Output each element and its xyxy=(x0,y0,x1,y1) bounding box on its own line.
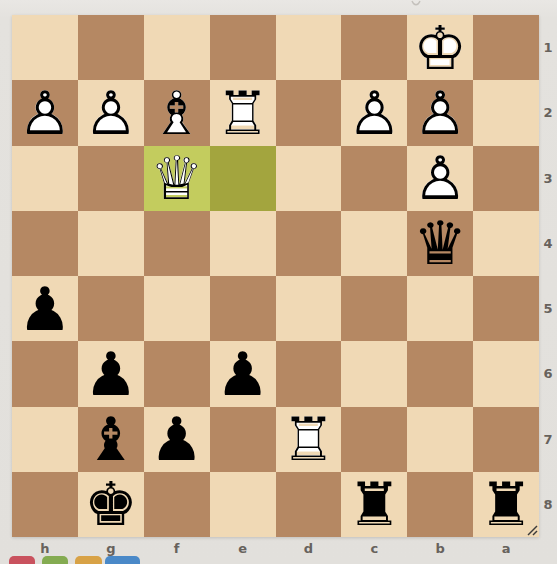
square-g8[interactable]: ♚ xyxy=(78,472,144,537)
file-label-a: a xyxy=(473,537,539,559)
square-d7[interactable]: ♜♖ xyxy=(276,407,342,472)
piece-black-king[interactable]: ♚ xyxy=(78,472,144,537)
file-label-e: e xyxy=(210,537,276,559)
rank-label-3: 3 xyxy=(539,146,557,211)
square-d3[interactable] xyxy=(276,146,342,211)
green-button[interactable] xyxy=(42,556,68,564)
square-d6[interactable] xyxy=(276,341,342,406)
chess-app-screen: ♚♔♟♙♟♙♝♗♜♖♟♙♟♙♛♕♟♙♛♟♟♟♝♟♜♖♚♜♜ hgfedcba 1… xyxy=(0,0,557,564)
file-label-f: f xyxy=(144,537,210,559)
file-label-d: d xyxy=(276,537,342,559)
square-c7[interactable] xyxy=(341,407,407,472)
square-b8[interactable] xyxy=(407,472,473,537)
square-h8[interactable] xyxy=(12,472,78,537)
rank-label-1: 1 xyxy=(539,15,557,80)
square-e5[interactable] xyxy=(210,276,276,341)
orange-button[interactable] xyxy=(75,556,102,564)
piece-white-bishop[interactable]: ♝♗ xyxy=(144,80,210,145)
square-a3[interactable] xyxy=(473,146,539,211)
file-label-b: b xyxy=(407,537,473,559)
square-h5[interactable]: ♟ xyxy=(12,276,78,341)
square-d1[interactable] xyxy=(276,15,342,80)
square-h3[interactable] xyxy=(12,146,78,211)
rank-label-4: 4 xyxy=(539,211,557,276)
square-e4[interactable] xyxy=(210,211,276,276)
square-b5[interactable] xyxy=(407,276,473,341)
rank-label-7: 7 xyxy=(539,407,557,472)
square-h6[interactable] xyxy=(12,341,78,406)
square-c8[interactable]: ♜ xyxy=(341,472,407,537)
square-f2[interactable]: ♝♗ xyxy=(144,80,210,145)
square-f8[interactable] xyxy=(144,472,210,537)
square-a4[interactable] xyxy=(473,211,539,276)
square-c3[interactable] xyxy=(341,146,407,211)
rank-label-5: 5 xyxy=(539,276,557,341)
piece-white-pawn[interactable]: ♟♙ xyxy=(407,80,473,145)
piece-black-queen[interactable]: ♛ xyxy=(407,211,473,276)
square-d2[interactable] xyxy=(276,80,342,145)
piece-white-pawn[interactable]: ♟♙ xyxy=(341,80,407,145)
square-b6[interactable] xyxy=(407,341,473,406)
square-h4[interactable] xyxy=(12,211,78,276)
piece-black-rook[interactable]: ♜ xyxy=(341,472,407,537)
piece-black-bishop[interactable]: ♝ xyxy=(78,407,144,472)
square-c6[interactable] xyxy=(341,341,407,406)
blue-button[interactable] xyxy=(105,556,140,564)
square-e1[interactable] xyxy=(210,15,276,80)
square-a2[interactable] xyxy=(473,80,539,145)
piece-white-rook[interactable]: ♜♖ xyxy=(210,80,276,145)
file-label-c: c xyxy=(341,537,407,559)
rank-label-2: 2 xyxy=(539,80,557,145)
square-h1[interactable] xyxy=(12,15,78,80)
square-h2[interactable]: ♟♙ xyxy=(12,80,78,145)
red-button[interactable] xyxy=(9,556,35,564)
piece-white-pawn[interactable]: ♟♙ xyxy=(12,80,78,145)
square-a6[interactable] xyxy=(473,341,539,406)
piece-black-pawn[interactable]: ♟ xyxy=(210,341,276,406)
square-a1[interactable] xyxy=(473,15,539,80)
square-e6[interactable]: ♟ xyxy=(210,341,276,406)
piece-white-queen[interactable]: ♛♕ xyxy=(144,146,210,211)
piece-white-king[interactable]: ♚♔ xyxy=(407,15,473,80)
square-e8[interactable] xyxy=(210,472,276,537)
square-c2[interactable]: ♟♙ xyxy=(341,80,407,145)
piece-white-pawn[interactable]: ♟♙ xyxy=(407,146,473,211)
rank-coordinates: 12345678 xyxy=(539,15,557,537)
square-g4[interactable] xyxy=(78,211,144,276)
square-d8[interactable] xyxy=(276,472,342,537)
rank-label-8: 8 xyxy=(539,472,557,537)
square-f4[interactable] xyxy=(144,211,210,276)
square-b2[interactable]: ♟♙ xyxy=(407,80,473,145)
square-f1[interactable] xyxy=(144,15,210,80)
square-d5[interactable] xyxy=(276,276,342,341)
square-b1[interactable]: ♚♔ xyxy=(407,15,473,80)
rank-label-6: 6 xyxy=(539,341,557,406)
square-e2[interactable]: ♜♖ xyxy=(210,80,276,145)
square-g3[interactable] xyxy=(78,146,144,211)
square-f7[interactable]: ♟ xyxy=(144,407,210,472)
square-c5[interactable] xyxy=(341,276,407,341)
cropped-ui-artifact xyxy=(410,0,422,7)
square-g1[interactable] xyxy=(78,15,144,80)
square-f3[interactable]: ♛♕ xyxy=(144,146,210,211)
square-a5[interactable] xyxy=(473,276,539,341)
square-b4[interactable]: ♛ xyxy=(407,211,473,276)
piece-white-rook[interactable]: ♜♖ xyxy=(276,407,342,472)
square-g7[interactable]: ♝ xyxy=(78,407,144,472)
chess-board[interactable]: ♚♔♟♙♟♙♝♗♜♖♟♙♟♙♛♕♟♙♛♟♟♟♝♟♜♖♚♜♜ xyxy=(12,15,539,537)
square-e3[interactable] xyxy=(210,146,276,211)
square-c4[interactable] xyxy=(341,211,407,276)
piece-black-pawn[interactable]: ♟ xyxy=(144,407,210,472)
piece-black-pawn[interactable]: ♟ xyxy=(78,341,144,406)
square-h7[interactable] xyxy=(12,407,78,472)
square-g6[interactable]: ♟ xyxy=(78,341,144,406)
square-b3[interactable]: ♟♙ xyxy=(407,146,473,211)
square-e7[interactable] xyxy=(210,407,276,472)
piece-white-pawn[interactable]: ♟♙ xyxy=(78,80,144,145)
square-g5[interactable] xyxy=(78,276,144,341)
square-f6[interactable] xyxy=(144,341,210,406)
square-a7[interactable] xyxy=(473,407,539,472)
piece-black-pawn[interactable]: ♟ xyxy=(12,276,78,341)
square-c1[interactable] xyxy=(341,15,407,80)
board-resize-handle[interactable] xyxy=(524,522,538,536)
square-b7[interactable] xyxy=(407,407,473,472)
square-g2[interactable]: ♟♙ xyxy=(78,80,144,145)
square-d4[interactable] xyxy=(276,211,342,276)
square-f5[interactable] xyxy=(144,276,210,341)
